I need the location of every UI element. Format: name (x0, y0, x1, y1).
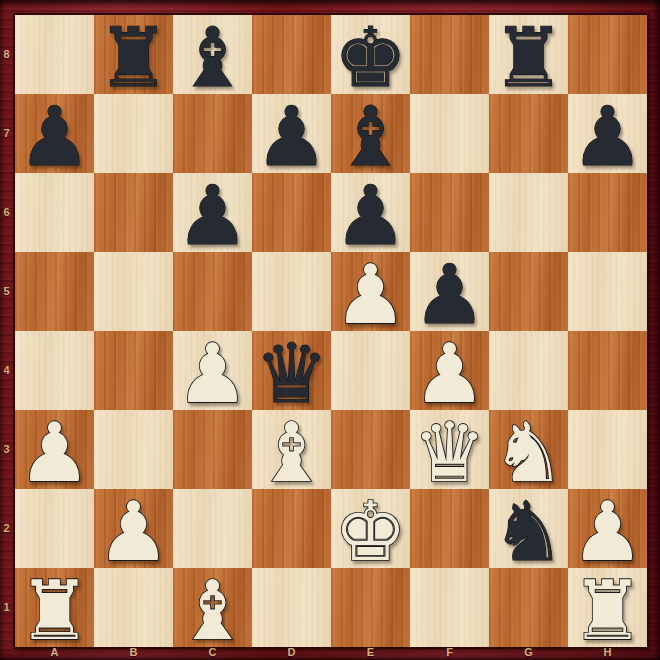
square-b5[interactable] (94, 252, 173, 331)
rank-label-7: 7 (0, 94, 13, 173)
square-a1[interactable]: ♜ (15, 568, 94, 647)
square-g2[interactable]: ♞ (489, 489, 568, 568)
black-pawn[interactable]: ♟ (331, 176, 410, 255)
square-f6[interactable] (410, 173, 489, 252)
square-c3[interactable] (173, 410, 252, 489)
square-c1[interactable]: ♝ (173, 568, 252, 647)
black-bishop[interactable]: ♝ (331, 97, 410, 176)
square-h8[interactable] (568, 15, 647, 94)
square-h2[interactable]: ♟ (568, 489, 647, 568)
white-pawn[interactable]: ♟ (331, 255, 410, 334)
square-g3[interactable]: ♞ (489, 410, 568, 489)
square-b1[interactable] (94, 568, 173, 647)
file-label-b: B (94, 646, 173, 660)
square-a4[interactable] (15, 331, 94, 410)
square-f3[interactable]: ♛ (410, 410, 489, 489)
white-pawn[interactable]: ♟ (410, 334, 489, 413)
square-d7[interactable]: ♟ (252, 94, 331, 173)
square-c2[interactable] (173, 489, 252, 568)
square-d3[interactable]: ♝ (252, 410, 331, 489)
white-bishop[interactable]: ♝ (173, 571, 252, 650)
square-c4[interactable]: ♟ (173, 331, 252, 410)
square-h6[interactable] (568, 173, 647, 252)
black-rook[interactable]: ♜ (489, 18, 568, 97)
rank-label-2: 2 (0, 489, 13, 568)
square-e3[interactable] (331, 410, 410, 489)
black-pawn[interactable]: ♟ (410, 255, 489, 334)
white-knight[interactable]: ♞ (489, 413, 568, 492)
chessboard-screenshot: ♜♝♚♜♟♟♝♟♟♟♟♟♟♛♟♟♝♛♞♟♚♞♟♜♝♜ 87654321ABCDE… (0, 0, 660, 660)
square-g5[interactable] (489, 252, 568, 331)
square-a6[interactable] (15, 173, 94, 252)
square-b7[interactable] (94, 94, 173, 173)
square-h3[interactable] (568, 410, 647, 489)
square-a7[interactable]: ♟ (15, 94, 94, 173)
square-a3[interactable]: ♟ (15, 410, 94, 489)
rank-label-6: 6 (0, 173, 13, 252)
white-pawn[interactable]: ♟ (15, 413, 94, 492)
square-e7[interactable]: ♝ (331, 94, 410, 173)
square-d2[interactable] (252, 489, 331, 568)
square-a2[interactable] (15, 489, 94, 568)
square-d6[interactable] (252, 173, 331, 252)
black-rook[interactable]: ♜ (94, 18, 173, 97)
black-king[interactable]: ♚ (331, 18, 410, 97)
square-e2[interactable]: ♚ (331, 489, 410, 568)
square-b8[interactable]: ♜ (94, 15, 173, 94)
white-pawn[interactable]: ♟ (568, 492, 647, 571)
white-rook[interactable]: ♜ (568, 571, 647, 650)
white-king[interactable]: ♚ (331, 492, 410, 571)
black-knight[interactable]: ♞ (489, 492, 568, 571)
square-e5[interactable]: ♟ (331, 252, 410, 331)
white-rook[interactable]: ♜ (15, 571, 94, 650)
square-d1[interactable] (252, 568, 331, 647)
black-pawn[interactable]: ♟ (173, 176, 252, 255)
square-e4[interactable] (331, 331, 410, 410)
white-pawn[interactable]: ♟ (94, 492, 173, 571)
square-f1[interactable] (410, 568, 489, 647)
square-h7[interactable]: ♟ (568, 94, 647, 173)
square-a5[interactable] (15, 252, 94, 331)
square-b6[interactable] (94, 173, 173, 252)
square-c8[interactable]: ♝ (173, 15, 252, 94)
chess-board[interactable]: ♜♝♚♜♟♟♝♟♟♟♟♟♟♛♟♟♝♛♞♟♚♞♟♜♝♜ (13, 13, 649, 649)
square-f4[interactable]: ♟ (410, 331, 489, 410)
file-label-a: A (15, 646, 94, 660)
square-e1[interactable] (331, 568, 410, 647)
square-a8[interactable] (15, 15, 94, 94)
square-f8[interactable] (410, 15, 489, 94)
square-c7[interactable] (173, 94, 252, 173)
black-bishop[interactable]: ♝ (173, 18, 252, 97)
square-h4[interactable] (568, 331, 647, 410)
white-bishop[interactable]: ♝ (252, 413, 331, 492)
square-d5[interactable] (252, 252, 331, 331)
square-g1[interactable] (489, 568, 568, 647)
square-f2[interactable] (410, 489, 489, 568)
rank-label-8: 8 (0, 15, 13, 94)
square-c6[interactable]: ♟ (173, 173, 252, 252)
square-h1[interactable]: ♜ (568, 568, 647, 647)
square-e6[interactable]: ♟ (331, 173, 410, 252)
square-b4[interactable] (94, 331, 173, 410)
rank-label-3: 3 (0, 410, 13, 489)
file-label-h: H (568, 646, 647, 660)
square-g7[interactable] (489, 94, 568, 173)
square-h5[interactable] (568, 252, 647, 331)
file-label-c: C (173, 646, 252, 660)
rank-label-1: 1 (0, 568, 13, 647)
rank-label-5: 5 (0, 252, 13, 331)
square-f7[interactable] (410, 94, 489, 173)
square-g6[interactable] (489, 173, 568, 252)
black-pawn[interactable]: ♟ (15, 97, 94, 176)
black-queen[interactable]: ♛ (252, 334, 331, 413)
file-label-d: D (252, 646, 331, 660)
square-g4[interactable] (489, 331, 568, 410)
black-pawn[interactable]: ♟ (568, 97, 647, 176)
square-d4[interactable]: ♛ (252, 331, 331, 410)
file-label-e: E (331, 646, 410, 660)
white-queen[interactable]: ♛ (410, 413, 489, 492)
square-d8[interactable] (252, 15, 331, 94)
square-e8[interactable]: ♚ (331, 15, 410, 94)
file-label-g: G (489, 646, 568, 660)
square-b3[interactable] (94, 410, 173, 489)
white-pawn[interactable]: ♟ (173, 334, 252, 413)
square-b2[interactable]: ♟ (94, 489, 173, 568)
square-c5[interactable] (173, 252, 252, 331)
square-f5[interactable]: ♟ (410, 252, 489, 331)
rank-label-4: 4 (0, 331, 13, 410)
black-pawn[interactable]: ♟ (252, 97, 331, 176)
file-label-f: F (410, 646, 489, 660)
square-g8[interactable]: ♜ (489, 15, 568, 94)
